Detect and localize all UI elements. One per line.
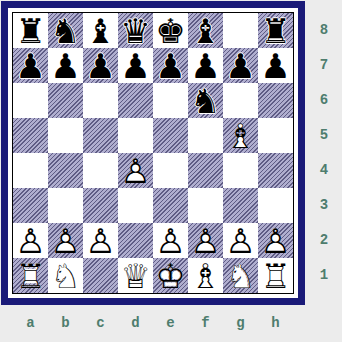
- chessboard-window: ♜♞♝♛♚♝♜♟♟♟♟♟♟♟♟♞♝♗♟♙♟♙♟♙♟♙♟♙♟♙♟♙♟♙♜♖♞♘♛♕…: [0, 0, 342, 342]
- square-g6[interactable]: [223, 83, 258, 118]
- piece-black-pawn[interactable]: ♟: [190, 49, 220, 83]
- square-a6[interactable]: [13, 83, 48, 118]
- piece-white-pawn[interactable]: ♟♙: [15, 224, 45, 258]
- square-b1[interactable]: ♞♘: [48, 258, 83, 293]
- square-b2[interactable]: ♟♙: [48, 223, 83, 258]
- piece-white-knight[interactable]: ♞♘: [50, 259, 80, 293]
- square-d3[interactable]: [118, 188, 153, 223]
- white-knight-outline: ♘: [50, 259, 80, 293]
- white-knight-outline: ♘: [225, 259, 255, 293]
- white-pawn-outline: ♙: [260, 224, 290, 258]
- white-pawn-outline: ♙: [225, 224, 255, 258]
- piece-black-pawn[interactable]: ♟: [85, 49, 115, 83]
- board-mat: ♜♞♝♛♚♝♜♟♟♟♟♟♟♟♟♞♝♗♟♙♟♙♟♙♟♙♟♙♟♙♟♙♟♙♜♖♞♘♛♕…: [8, 8, 298, 298]
- square-f2[interactable]: ♟♙: [188, 223, 223, 258]
- square-f7[interactable]: ♟: [188, 48, 223, 83]
- chess-board: ♜♞♝♛♚♝♜♟♟♟♟♟♟♟♟♞♝♗♟♙♟♙♟♙♟♙♟♙♟♙♟♙♟♙♜♖♞♘♛♕…: [12, 12, 294, 294]
- square-d2[interactable]: [118, 223, 153, 258]
- rank-label-5: 5: [306, 118, 342, 153]
- piece-white-pawn[interactable]: ♟♙: [155, 224, 185, 258]
- file-label-e: e: [153, 306, 188, 342]
- square-d7[interactable]: ♟: [118, 48, 153, 83]
- square-g4[interactable]: [223, 153, 258, 188]
- white-pawn-outline: ♙: [190, 224, 220, 258]
- square-g5[interactable]: ♝♗: [223, 118, 258, 153]
- square-e8[interactable]: ♚: [153, 13, 188, 48]
- file-coordinates: abcdefgh: [13, 306, 293, 342]
- piece-black-rook[interactable]: ♜: [15, 14, 45, 48]
- square-g3[interactable]: [223, 188, 258, 223]
- piece-black-bishop[interactable]: ♝: [190, 14, 220, 48]
- file-label-f: f: [188, 306, 223, 342]
- file-label-g: g: [223, 306, 258, 342]
- square-c8[interactable]: ♝: [83, 13, 118, 48]
- square-c7[interactable]: ♟: [83, 48, 118, 83]
- piece-black-queen[interactable]: ♛: [120, 14, 150, 48]
- rank-label-4: 4: [306, 153, 342, 188]
- square-c6[interactable]: [83, 83, 118, 118]
- square-d6[interactable]: [118, 83, 153, 118]
- square-e7[interactable]: ♟: [153, 48, 188, 83]
- piece-black-knight[interactable]: ♞: [190, 84, 220, 118]
- rank-label-1: 1: [306, 258, 342, 293]
- square-b7[interactable]: ♟: [48, 48, 83, 83]
- rank-label-8: 8: [306, 13, 342, 48]
- file-label-h: h: [258, 306, 293, 342]
- square-h7[interactable]: ♟: [258, 48, 293, 83]
- board-frame: ♜♞♝♛♚♝♜♟♟♟♟♟♟♟♟♞♝♗♟♙♟♙♟♙♟♙♟♙♟♙♟♙♟♙♜♖♞♘♛♕…: [1, 1, 305, 305]
- rank-coordinates: 87654321: [306, 13, 342, 293]
- square-e1[interactable]: ♚♔: [153, 258, 188, 293]
- square-h8[interactable]: ♜: [258, 13, 293, 48]
- square-e4[interactable]: [153, 153, 188, 188]
- square-c3[interactable]: [83, 188, 118, 223]
- square-g8[interactable]: [223, 13, 258, 48]
- white-rook-outline: ♖: [260, 259, 290, 293]
- square-e3[interactable]: [153, 188, 188, 223]
- square-b5[interactable]: [48, 118, 83, 153]
- piece-white-bishop[interactable]: ♝♗: [190, 259, 220, 293]
- piece-white-pawn[interactable]: ♟♙: [85, 224, 115, 258]
- square-b8[interactable]: ♞: [48, 13, 83, 48]
- piece-black-pawn[interactable]: ♟: [120, 49, 150, 83]
- square-b3[interactable]: [48, 188, 83, 223]
- piece-white-king[interactable]: ♚♔: [155, 259, 185, 293]
- white-pawn-outline: ♙: [85, 224, 115, 258]
- square-g1[interactable]: ♞♘: [223, 258, 258, 293]
- square-h3[interactable]: [258, 188, 293, 223]
- square-h5[interactable]: [258, 118, 293, 153]
- square-g2[interactable]: ♟♙: [223, 223, 258, 258]
- rank-label-3: 3: [306, 188, 342, 223]
- square-b6[interactable]: [48, 83, 83, 118]
- piece-white-pawn[interactable]: ♟♙: [260, 224, 290, 258]
- square-c1[interactable]: [83, 258, 118, 293]
- rank-label-6: 6: [306, 83, 342, 118]
- piece-white-pawn[interactable]: ♟♙: [120, 154, 150, 188]
- square-h1[interactable]: ♜♖: [258, 258, 293, 293]
- white-pawn-outline: ♙: [15, 224, 45, 258]
- square-a3[interactable]: [13, 188, 48, 223]
- square-g7[interactable]: ♟: [223, 48, 258, 83]
- square-a7[interactable]: ♟: [13, 48, 48, 83]
- square-f3[interactable]: [188, 188, 223, 223]
- piece-black-rook[interactable]: ♜: [260, 14, 290, 48]
- piece-white-bishop[interactable]: ♝♗: [225, 119, 255, 153]
- piece-white-rook[interactable]: ♜♖: [15, 259, 45, 293]
- piece-black-pawn[interactable]: ♟: [225, 49, 255, 83]
- piece-black-pawn[interactable]: ♟: [260, 49, 290, 83]
- piece-white-knight[interactable]: ♞♘: [225, 259, 255, 293]
- piece-white-rook[interactable]: ♜♖: [260, 259, 290, 293]
- square-h2[interactable]: ♟♙: [258, 223, 293, 258]
- piece-white-queen[interactable]: ♛♕: [120, 259, 150, 293]
- square-e6[interactable]: [153, 83, 188, 118]
- square-f6[interactable]: ♞: [188, 83, 223, 118]
- square-d4[interactable]: ♟♙: [118, 153, 153, 188]
- piece-black-pawn[interactable]: ♟: [155, 49, 185, 83]
- square-c4[interactable]: [83, 153, 118, 188]
- white-bishop-outline: ♗: [225, 119, 255, 153]
- rank-label-7: 7: [306, 48, 342, 83]
- square-c2[interactable]: ♟♙: [83, 223, 118, 258]
- piece-black-pawn[interactable]: ♟: [15, 49, 45, 83]
- square-f1[interactable]: ♝♗: [188, 258, 223, 293]
- piece-white-pawn[interactable]: ♟♙: [50, 224, 80, 258]
- white-rook-outline: ♖: [15, 259, 45, 293]
- white-king-outline: ♔: [155, 259, 185, 293]
- square-a4[interactable]: [13, 153, 48, 188]
- square-d1[interactable]: ♛♕: [118, 258, 153, 293]
- file-label-d: d: [118, 306, 153, 342]
- square-h4[interactable]: [258, 153, 293, 188]
- square-f8[interactable]: ♝: [188, 13, 223, 48]
- square-c5[interactable]: [83, 118, 118, 153]
- white-pawn-outline: ♙: [50, 224, 80, 258]
- square-f4[interactable]: [188, 153, 223, 188]
- rank-label-2: 2: [306, 223, 342, 258]
- white-bishop-outline: ♗: [190, 259, 220, 293]
- piece-black-king[interactable]: ♚: [155, 14, 185, 48]
- white-queen-outline: ♕: [120, 259, 150, 293]
- white-pawn-outline: ♙: [155, 224, 185, 258]
- square-b4[interactable]: [48, 153, 83, 188]
- piece-white-pawn[interactable]: ♟♙: [190, 224, 220, 258]
- square-a5[interactable]: [13, 118, 48, 153]
- square-a8[interactable]: ♜: [13, 13, 48, 48]
- piece-white-pawn[interactable]: ♟♙: [225, 224, 255, 258]
- square-d5[interactable]: [118, 118, 153, 153]
- white-pawn-outline: ♙: [120, 154, 150, 188]
- square-e5[interactable]: [153, 118, 188, 153]
- square-f5[interactable]: [188, 118, 223, 153]
- square-d8[interactable]: ♛: [118, 13, 153, 48]
- file-label-c: c: [83, 306, 118, 342]
- file-label-b: b: [48, 306, 83, 342]
- piece-black-knight[interactable]: ♞: [50, 14, 80, 48]
- square-a1[interactable]: ♜♖: [13, 258, 48, 293]
- square-h6[interactable]: [258, 83, 293, 118]
- file-label-a: a: [13, 306, 48, 342]
- square-e2[interactable]: ♟♙: [153, 223, 188, 258]
- piece-black-pawn[interactable]: ♟: [50, 49, 80, 83]
- square-a2[interactable]: ♟♙: [13, 223, 48, 258]
- piece-black-bishop[interactable]: ♝: [85, 14, 115, 48]
